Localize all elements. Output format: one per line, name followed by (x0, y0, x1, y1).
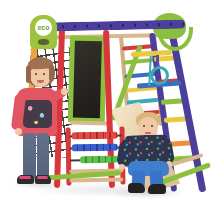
girl-hand-raised (61, 88, 68, 95)
boy-eye (143, 125, 145, 127)
abacus-beads-blue (72, 144, 118, 152)
chalkboard (73, 41, 102, 119)
eco-badge-circle: eco (35, 19, 52, 36)
shoe-pink-trim (37, 176, 48, 179)
boy-eye (151, 125, 153, 127)
abacus-beads-green (80, 156, 118, 164)
girl-eye (35, 73, 37, 75)
girl-mouth (37, 80, 44, 83)
girl-hand (15, 128, 22, 135)
girl-jeans-leg (23, 133, 36, 178)
product-photo: eco (0, 0, 215, 215)
girl-hair-strand (49, 66, 54, 81)
chalk-tray (70, 121, 108, 126)
hoop-slot (38, 39, 49, 45)
sweater-print (23, 100, 52, 128)
boy-mouth (145, 132, 151, 134)
girl-hair-strand (26, 66, 31, 83)
abacus-beads-red (72, 132, 118, 140)
eco-badge-text: eco (35, 19, 52, 36)
boy-hand (119, 164, 125, 170)
boy-boot (148, 184, 166, 194)
girl-jeans-leg (37, 133, 49, 178)
top-hook-green-icon (157, 27, 193, 51)
gymnastic-ring-icon (150, 66, 169, 85)
chalkboard-frame (68, 36, 107, 124)
girl-eye (43, 73, 45, 75)
boy-boot (128, 183, 145, 193)
girl-shoe (17, 175, 34, 184)
girl-shoe (35, 175, 51, 184)
ladder-rung (127, 98, 159, 105)
shoe-pink-trim (19, 176, 31, 179)
